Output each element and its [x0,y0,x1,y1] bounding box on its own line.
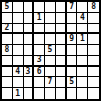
sudoku-cell-empty[interactable] [88,24,99,35]
sudoku-cell-given[interactable]: 6 [34,67,45,78]
sudoku-cell-empty[interactable] [24,24,35,35]
sudoku-cell-empty[interactable] [88,34,99,45]
sudoku-cell-empty[interactable] [45,88,56,99]
sudoku-cell-empty[interactable] [77,24,88,35]
sudoku-cell-given[interactable]: 4 [77,13,88,24]
sudoku-cell-given[interactable]: 1 [34,13,45,24]
sudoku-cell-empty[interactable] [34,24,45,35]
sudoku-cell-empty[interactable] [88,56,99,67]
sudoku-cell-empty[interactable] [34,34,45,45]
sudoku-cell-empty[interactable] [77,56,88,67]
sudoku-cell-empty[interactable] [24,13,35,24]
sudoku-cell-empty[interactable] [67,13,78,24]
sudoku-cell-empty[interactable] [88,88,99,99]
sudoku-cell-empty[interactable] [2,67,13,78]
sudoku-cell-empty[interactable] [56,67,67,78]
sudoku-cell-empty[interactable] [45,56,56,67]
sudoku-cell-empty[interactable] [45,34,56,45]
sudoku-cell-empty[interactable] [56,56,67,67]
sudoku-cell-empty[interactable] [34,77,45,88]
sudoku-cell-given[interactable]: 9 [67,34,78,45]
sudoku-cell-empty[interactable] [77,77,88,88]
sudoku-cell-given[interactable]: 1 [77,34,88,45]
sudoku-cell-given[interactable]: 5 [45,45,56,56]
sudoku-cell-given[interactable]: 1 [13,88,24,99]
sudoku-cell-empty[interactable] [2,13,13,24]
sudoku-cell-empty[interactable] [56,2,67,13]
sudoku-cell-given[interactable]: 7 [67,2,78,13]
sudoku-board: 57814291853436751 [0,0,101,101]
sudoku-cell-given[interactable]: 3 [34,56,45,67]
sudoku-cell-empty[interactable] [45,24,56,35]
sudoku-cell-empty[interactable] [24,88,35,99]
sudoku-cell-empty[interactable] [56,77,67,88]
sudoku-cell-empty[interactable] [88,13,99,24]
sudoku-cell-empty[interactable] [56,24,67,35]
sudoku-cell-empty[interactable] [24,56,35,67]
sudoku-cell-empty[interactable] [77,88,88,99]
sudoku-cell-empty[interactable] [2,34,13,45]
sudoku-cell-empty[interactable] [13,56,24,67]
sudoku-cell-empty[interactable] [45,67,56,78]
sudoku-cell-empty[interactable] [56,88,67,99]
sudoku-cell-empty[interactable] [34,45,45,56]
sudoku-cell-empty[interactable] [2,88,13,99]
sudoku-cell-empty[interactable] [67,45,78,56]
sudoku-cell-empty[interactable] [56,13,67,24]
sudoku-cell-given[interactable]: 3 [24,67,35,78]
sudoku-cell-empty[interactable] [24,77,35,88]
sudoku-cell-empty[interactable] [88,67,99,78]
sudoku-cell-empty[interactable] [13,34,24,45]
sudoku-cell-empty[interactable] [56,34,67,45]
sudoku-cell-empty[interactable] [2,56,13,67]
sudoku-cell-empty[interactable] [13,13,24,24]
sudoku-cell-empty[interactable] [34,88,45,99]
sudoku-cell-empty[interactable] [24,34,35,45]
sudoku-cell-empty[interactable] [13,45,24,56]
sudoku-cell-empty[interactable] [13,77,24,88]
sudoku-cell-empty[interactable] [67,67,78,78]
sudoku-cell-given[interactable]: 8 [88,2,99,13]
sudoku-cell-empty[interactable] [24,45,35,56]
sudoku-cell-given[interactable]: 8 [2,45,13,56]
sudoku-cell-empty[interactable] [56,45,67,56]
sudoku-cell-empty[interactable] [34,2,45,13]
sudoku-cell-empty[interactable] [67,56,78,67]
sudoku-cell-empty[interactable] [2,77,13,88]
sudoku-cell-given[interactable]: 4 [13,67,24,78]
sudoku-cell-empty[interactable] [67,88,78,99]
sudoku-cell-empty[interactable] [13,2,24,13]
sudoku-cell-empty[interactable] [77,2,88,13]
sudoku-cell-empty[interactable] [24,2,35,13]
sudoku-cell-given[interactable]: 2 [2,24,13,35]
sudoku-cell-empty[interactable] [88,77,99,88]
sudoku-cell-empty[interactable] [67,24,78,35]
sudoku-cell-empty[interactable] [45,13,56,24]
sudoku-cell-empty[interactable] [88,45,99,56]
sudoku-cell-empty[interactable] [77,45,88,56]
sudoku-cell-given[interactable]: 5 [67,77,78,88]
sudoku-cell-given[interactable]: 5 [2,2,13,13]
sudoku-cell-empty[interactable] [13,24,24,35]
sudoku-cell-empty[interactable] [77,67,88,78]
sudoku-cell-empty[interactable] [45,2,56,13]
sudoku-cell-given[interactable]: 7 [45,77,56,88]
